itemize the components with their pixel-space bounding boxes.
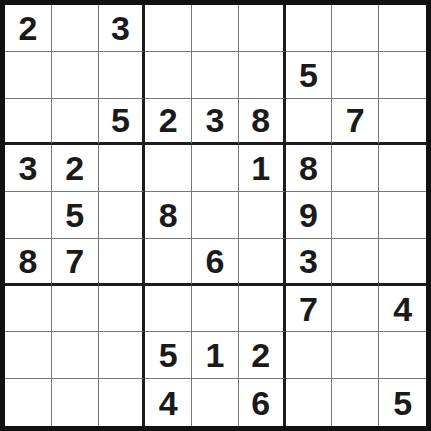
- empty-cell-r7c4[interactable]: [145, 286, 192, 333]
- empty-cell-r7c6[interactable]: [239, 286, 286, 333]
- given-cell-r8c4[interactable]: 5: [145, 332, 192, 379]
- given-cell-r7c7[interactable]: 7: [286, 286, 333, 333]
- empty-cell-r1c6[interactable]: [239, 5, 286, 52]
- given-cell-r3c8[interactable]: 7: [332, 99, 379, 146]
- given-cell-r4c2[interactable]: 2: [52, 145, 99, 192]
- given-cell-r9c6[interactable]: 6: [239, 379, 286, 426]
- empty-cell-r9c3[interactable]: [99, 379, 146, 426]
- empty-cell-r5c5[interactable]: [192, 192, 239, 239]
- empty-cell-r9c5[interactable]: [192, 379, 239, 426]
- given-cell-r4c6[interactable]: 1: [239, 145, 286, 192]
- given-cell-r4c7[interactable]: 8: [286, 145, 333, 192]
- given-cell-r8c5[interactable]: 1: [192, 332, 239, 379]
- empty-cell-r8c3[interactable]: [99, 332, 146, 379]
- empty-cell-r2c8[interactable]: [332, 52, 379, 99]
- empty-cell-r2c9[interactable]: [379, 52, 426, 99]
- empty-cell-r9c8[interactable]: [332, 379, 379, 426]
- empty-cell-r6c4[interactable]: [145, 239, 192, 286]
- empty-cell-r2c4[interactable]: [145, 52, 192, 99]
- empty-cell-r4c8[interactable]: [332, 145, 379, 192]
- empty-cell-r7c8[interactable]: [332, 286, 379, 333]
- empty-cell-r4c9[interactable]: [379, 145, 426, 192]
- empty-cell-r1c7[interactable]: [286, 5, 333, 52]
- given-cell-r5c7[interactable]: 9: [286, 192, 333, 239]
- given-cell-r9c9[interactable]: 5: [379, 379, 426, 426]
- empty-cell-r2c3[interactable]: [99, 52, 146, 99]
- given-cell-r5c2[interactable]: 5: [52, 192, 99, 239]
- empty-cell-r9c7[interactable]: [286, 379, 333, 426]
- empty-cell-r4c4[interactable]: [145, 145, 192, 192]
- empty-cell-r2c5[interactable]: [192, 52, 239, 99]
- given-cell-r9c4[interactable]: 4: [145, 379, 192, 426]
- given-cell-r8c6[interactable]: 2: [239, 332, 286, 379]
- empty-cell-r8c1[interactable]: [5, 332, 52, 379]
- empty-cell-r2c2[interactable]: [52, 52, 99, 99]
- empty-cell-r6c8[interactable]: [332, 239, 379, 286]
- empty-cell-r6c6[interactable]: [239, 239, 286, 286]
- empty-cell-r8c8[interactable]: [332, 332, 379, 379]
- empty-cell-r3c1[interactable]: [5, 99, 52, 146]
- given-cell-r1c3[interactable]: 3: [99, 5, 146, 52]
- given-cell-r6c1[interactable]: 8: [5, 239, 52, 286]
- empty-cell-r9c2[interactable]: [52, 379, 99, 426]
- empty-cell-r6c9[interactable]: [379, 239, 426, 286]
- given-cell-r2c7[interactable]: 5: [286, 52, 333, 99]
- given-cell-r3c4[interactable]: 2: [145, 99, 192, 146]
- empty-cell-r4c5[interactable]: [192, 145, 239, 192]
- empty-cell-r1c4[interactable]: [145, 5, 192, 52]
- empty-cell-r4c3[interactable]: [99, 145, 146, 192]
- empty-cell-r8c2[interactable]: [52, 332, 99, 379]
- given-cell-r3c3[interactable]: 5: [99, 99, 146, 146]
- given-cell-r4c1[interactable]: 3: [5, 145, 52, 192]
- empty-cell-r2c6[interactable]: [239, 52, 286, 99]
- empty-cell-r5c8[interactable]: [332, 192, 379, 239]
- empty-cell-r3c2[interactable]: [52, 99, 99, 146]
- empty-cell-r8c9[interactable]: [379, 332, 426, 379]
- empty-cell-r3c9[interactable]: [379, 99, 426, 146]
- empty-cell-r7c1[interactable]: [5, 286, 52, 333]
- empty-cell-r5c6[interactable]: [239, 192, 286, 239]
- empty-cell-r6c3[interactable]: [99, 239, 146, 286]
- empty-cell-r5c1[interactable]: [5, 192, 52, 239]
- empty-cell-r9c1[interactable]: [5, 379, 52, 426]
- given-cell-r5c4[interactable]: 8: [145, 192, 192, 239]
- given-cell-r1c1[interactable]: 2: [5, 5, 52, 52]
- empty-cell-r3c7[interactable]: [286, 99, 333, 146]
- empty-cell-r2c1[interactable]: [5, 52, 52, 99]
- empty-cell-r7c5[interactable]: [192, 286, 239, 333]
- empty-cell-r5c9[interactable]: [379, 192, 426, 239]
- empty-cell-r1c9[interactable]: [379, 5, 426, 52]
- empty-cell-r1c8[interactable]: [332, 5, 379, 52]
- empty-cell-r8c7[interactable]: [286, 332, 333, 379]
- given-cell-r3c5[interactable]: 3: [192, 99, 239, 146]
- sudoku-puzzle: 235523873218589876374512465: [0, 0, 431, 431]
- empty-cell-r7c2[interactable]: [52, 286, 99, 333]
- empty-cell-r7c3[interactable]: [99, 286, 146, 333]
- given-cell-r6c5[interactable]: 6: [192, 239, 239, 286]
- sudoku-board: 235523873218589876374512465: [0, 0, 431, 431]
- given-cell-r6c7[interactable]: 3: [286, 239, 333, 286]
- empty-cell-r5c3[interactable]: [99, 192, 146, 239]
- empty-cell-r1c2[interactable]: [52, 5, 99, 52]
- empty-cell-r1c5[interactable]: [192, 5, 239, 52]
- given-cell-r7c9[interactable]: 4: [379, 286, 426, 333]
- given-cell-r6c2[interactable]: 7: [52, 239, 99, 286]
- given-cell-r3c6[interactable]: 8: [239, 99, 286, 146]
